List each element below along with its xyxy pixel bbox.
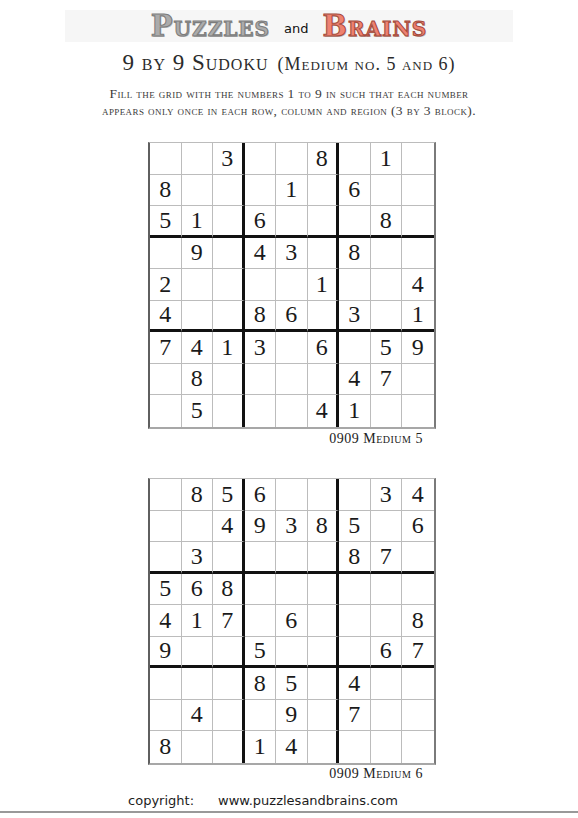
sudoku-cell-r9c5: 4 <box>276 731 308 763</box>
sudoku-cell-r5c9: 8 <box>402 605 434 637</box>
sudoku-cell-r9c7 <box>339 731 371 763</box>
sudoku-cell-r8c8: 7 <box>371 364 403 396</box>
instructions-line-1: Fill the grid with the numbers 1 to 9 in… <box>0 85 578 102</box>
sudoku-cell-r7c2: 4 <box>182 332 214 364</box>
puzzles-logo-text: Puzzles <box>151 12 270 41</box>
sudoku-cell-r3c1 <box>150 542 182 574</box>
sudoku-cell-r5c6: 1 <box>308 269 340 301</box>
sudoku-cell-r1c4: 6 <box>245 479 277 511</box>
sudoku-cell-r2c8 <box>371 511 403 543</box>
sudoku-cell-r2c2 <box>182 175 214 207</box>
sudoku-cell-r2c4: 9 <box>245 511 277 543</box>
sudoku-cell-r6c2 <box>182 637 214 669</box>
sudoku-cell-r9c8 <box>371 731 403 763</box>
sudoku-cell-r7c5 <box>276 332 308 364</box>
sudoku-cell-r8c6 <box>308 700 340 732</box>
sudoku-cell-r2c3 <box>213 175 245 207</box>
sudoku-cell-r6c2 <box>182 301 214 333</box>
sudoku-cell-r5c1: 2 <box>150 269 182 301</box>
sudoku-cell-r8c5: 9 <box>276 700 308 732</box>
sudoku-cell-r8c9 <box>402 700 434 732</box>
sudoku-cell-r6c4: 8 <box>245 301 277 333</box>
sudoku-cell-r9c2: 5 <box>182 395 214 427</box>
sudoku-cell-r8c9 <box>402 364 434 396</box>
sudoku-cell-r4c7 <box>339 574 371 606</box>
logo-band: Puzzles and Brains <box>65 10 513 42</box>
sudoku-cell-r6c9: 1 <box>402 301 434 333</box>
sudoku-cell-r8c4 <box>245 700 277 732</box>
footer: copyright: www.puzzlesandbrains.com <box>0 793 552 808</box>
sudoku-cell-r4c1: 5 <box>150 574 182 606</box>
sudoku-cell-r6c3 <box>213 301 245 333</box>
sudoku-cell-r3c9 <box>402 542 434 574</box>
sudoku-cell-r4c9 <box>402 238 434 270</box>
sudoku-cell-r4c6 <box>308 574 340 606</box>
sudoku-cell-r5c7 <box>339 605 371 637</box>
sudoku-cell-r6c5: 6 <box>276 301 308 333</box>
sudoku-cell-r8c6 <box>308 364 340 396</box>
sudoku-cell-r1c1 <box>150 143 182 175</box>
sudoku-cell-r3c7 <box>339 206 371 238</box>
sudoku-cell-r5c6 <box>308 605 340 637</box>
sudoku-cell-r7c5: 5 <box>276 668 308 700</box>
sudoku-cell-r7c8 <box>371 668 403 700</box>
sudoku-cell-r7c9: 9 <box>402 332 434 364</box>
sudoku-cell-r3c4: 6 <box>245 206 277 238</box>
sudoku-cell-r7c9 <box>402 668 434 700</box>
sudoku-cell-r6c6 <box>308 637 340 669</box>
sudoku-cell-r8c5 <box>276 364 308 396</box>
sudoku-cell-r8c3 <box>213 364 245 396</box>
sudoku-cell-r8c7: 4 <box>339 364 371 396</box>
sudoku-cell-r7c7: 4 <box>339 668 371 700</box>
sudoku-cell-r7c2 <box>182 668 214 700</box>
sudoku-grid-medium-5: 38181651689438214486317413659847541 <box>148 142 436 429</box>
sudoku-cell-r2c7: 6 <box>339 175 371 207</box>
sudoku-cell-r9c3 <box>213 395 245 427</box>
sudoku-cell-r9c9 <box>402 395 434 427</box>
sudoku-cell-r3c5 <box>276 542 308 574</box>
sudoku-cell-r9c7: 1 <box>339 395 371 427</box>
sudoku-cell-r2c6: 8 <box>308 511 340 543</box>
sudoku-cell-r7c6: 6 <box>308 332 340 364</box>
sudoku-cell-r7c1: 7 <box>150 332 182 364</box>
sudoku-cell-r3c8: 7 <box>371 542 403 574</box>
page-title: 9 by 9 Sudoku (Medium no. 5 and 6) <box>0 50 578 76</box>
sudoku-cell-r4c4 <box>245 574 277 606</box>
sudoku-cell-r4c2: 9 <box>182 238 214 270</box>
sudoku-cell-r9c4: 1 <box>245 731 277 763</box>
brains-logo-text: Brains <box>322 12 427 41</box>
sudoku-cell-r1c8: 1 <box>371 143 403 175</box>
sudoku-cell-r2c2 <box>182 511 214 543</box>
sudoku-cell-r1c9 <box>402 143 434 175</box>
sudoku-cell-r5c5 <box>276 269 308 301</box>
sudoku-cell-r1c1 <box>150 479 182 511</box>
puzzle-label-medium-6: 0909 Medium 6 <box>148 766 436 782</box>
sudoku-cell-r4c6 <box>308 238 340 270</box>
sudoku-cell-r9c1: 8 <box>150 731 182 763</box>
sudoku-cell-r2c5: 1 <box>276 175 308 207</box>
sudoku-cell-r5c7 <box>339 269 371 301</box>
sudoku-cell-r8c3 <box>213 700 245 732</box>
sudoku-cell-r1c5 <box>276 479 308 511</box>
sudoku-cell-r1c6: 8 <box>308 143 340 175</box>
sudoku-cell-r4c8 <box>371 238 403 270</box>
sudoku-cell-r9c1 <box>150 395 182 427</box>
sudoku-cell-r3c9 <box>402 206 434 238</box>
sudoku-cell-r5c2: 1 <box>182 605 214 637</box>
sudoku-cell-r9c6 <box>308 731 340 763</box>
sudoku-cell-r1c7 <box>339 143 371 175</box>
sudoku-cell-r2c9 <box>402 175 434 207</box>
sudoku-cell-r3c4 <box>245 542 277 574</box>
sudoku-cell-r8c7: 7 <box>339 700 371 732</box>
sudoku-cell-r2c9: 6 <box>402 511 434 543</box>
sudoku-cell-r7c3: 1 <box>213 332 245 364</box>
sudoku-cell-r6c1: 4 <box>150 301 182 333</box>
logo-and-text: and <box>284 17 308 36</box>
sudoku-cell-r1c5 <box>276 143 308 175</box>
sudoku-cell-r6c6 <box>308 301 340 333</box>
sudoku-cell-r2c5: 3 <box>276 511 308 543</box>
sudoku-cell-r5c9: 4 <box>402 269 434 301</box>
sudoku-cell-r8c2: 4 <box>182 700 214 732</box>
sudoku-cell-r4c2: 6 <box>182 574 214 606</box>
sudoku-cell-r5c4 <box>245 269 277 301</box>
sudoku-cell-r9c8 <box>371 395 403 427</box>
sudoku-cell-r3c8: 8 <box>371 206 403 238</box>
sudoku-cell-r5c2 <box>182 269 214 301</box>
sudoku-cell-r3c2: 1 <box>182 206 214 238</box>
sudoku-cell-r7c4: 3 <box>245 332 277 364</box>
sudoku-cell-r7c3 <box>213 668 245 700</box>
sudoku-cell-r6c9: 7 <box>402 637 434 669</box>
sudoku-cell-r1c2 <box>182 143 214 175</box>
sudoku-cell-r9c4 <box>245 395 277 427</box>
page-title-sub: (Medium no. 5 and 6) <box>278 54 456 74</box>
sudoku-cell-r4c8 <box>371 574 403 606</box>
sudoku-cell-r9c2 <box>182 731 214 763</box>
sudoku-cell-r4c5: 3 <box>276 238 308 270</box>
sudoku-cell-r5c1: 4 <box>150 605 182 637</box>
instructions-line-2: appears only once in each row, column an… <box>0 102 578 119</box>
sudoku-cell-r4c9 <box>402 574 434 606</box>
sudoku-cell-r9c6: 4 <box>308 395 340 427</box>
sudoku-cell-r6c1: 9 <box>150 637 182 669</box>
sudoku-cell-r5c4 <box>245 605 277 637</box>
sudoku-cell-r3c3 <box>213 206 245 238</box>
sudoku-cell-r5c8 <box>371 605 403 637</box>
sudoku-cell-r2c1 <box>150 511 182 543</box>
sudoku-cell-r2c4 <box>245 175 277 207</box>
sudoku-cell-r7c7 <box>339 332 371 364</box>
sudoku-cell-r1c3: 5 <box>213 479 245 511</box>
sudoku-cell-r5c3 <box>213 269 245 301</box>
sudoku-cell-r4c3 <box>213 238 245 270</box>
sudoku-cell-r7c4: 8 <box>245 668 277 700</box>
sudoku-cell-r4c3: 8 <box>213 574 245 606</box>
sudoku-cell-r6c7: 3 <box>339 301 371 333</box>
sudoku-cell-r8c8 <box>371 700 403 732</box>
sudoku-cell-r6c4: 5 <box>245 637 277 669</box>
sudoku-cell-r2c6 <box>308 175 340 207</box>
sudoku-cell-r4c7: 8 <box>339 238 371 270</box>
sudoku-cell-r3c2: 3 <box>182 542 214 574</box>
sudoku-cell-r3c6 <box>308 206 340 238</box>
sudoku-cell-r1c7 <box>339 479 371 511</box>
sudoku-cell-r6c7 <box>339 637 371 669</box>
sudoku-cell-r2c8 <box>371 175 403 207</box>
sudoku-cell-r3c5 <box>276 206 308 238</box>
sudoku-cell-r9c3 <box>213 731 245 763</box>
page-title-main: 9 by 9 Sudoku <box>122 50 268 75</box>
sudoku-cell-r2c3: 4 <box>213 511 245 543</box>
sudoku-cell-r4c4: 4 <box>245 238 277 270</box>
sudoku-cell-r6c8 <box>371 301 403 333</box>
sudoku-cell-r8c2: 8 <box>182 364 214 396</box>
sudoku-cell-r6c8: 6 <box>371 637 403 669</box>
sudoku-cell-r3c7: 8 <box>339 542 371 574</box>
sudoku-cell-r1c9: 4 <box>402 479 434 511</box>
sudoku-cell-r5c8 <box>371 269 403 301</box>
sudoku-cell-r1c2: 8 <box>182 479 214 511</box>
copyright-label: copyright: <box>128 793 194 808</box>
sudoku-cell-r4c1 <box>150 238 182 270</box>
sudoku-cell-r6c5 <box>276 637 308 669</box>
sudoku-cell-r9c5 <box>276 395 308 427</box>
sudoku-grid-medium-6: 85634493856387568417689567854497814 <box>148 478 436 765</box>
sudoku-cell-r1c6 <box>308 479 340 511</box>
sudoku-cell-r6c3 <box>213 637 245 669</box>
sudoku-cell-r5c3: 7 <box>213 605 245 637</box>
sudoku-cell-r8c1 <box>150 700 182 732</box>
sudoku-cell-r9c9 <box>402 731 434 763</box>
sudoku-cell-r1c4 <box>245 143 277 175</box>
instructions: Fill the grid with the numbers 1 to 9 in… <box>0 85 578 119</box>
sudoku-cell-r7c1 <box>150 668 182 700</box>
sudoku-cell-r3c3 <box>213 542 245 574</box>
bottom-divider <box>0 811 578 813</box>
sudoku-cell-r3c6 <box>308 542 340 574</box>
puzzle-label-medium-5: 0909 Medium 5 <box>148 431 436 447</box>
sudoku-cell-r4c5 <box>276 574 308 606</box>
sudoku-cell-r8c1 <box>150 364 182 396</box>
sudoku-cell-r3c1: 5 <box>150 206 182 238</box>
sudoku-cell-r1c8: 3 <box>371 479 403 511</box>
sudoku-cell-r1c3: 3 <box>213 143 245 175</box>
sudoku-cell-r7c6 <box>308 668 340 700</box>
sudoku-cell-r8c4 <box>245 364 277 396</box>
sudoku-cell-r7c8: 5 <box>371 332 403 364</box>
sudoku-cell-r2c1: 8 <box>150 175 182 207</box>
sudoku-cell-r5c5: 6 <box>276 605 308 637</box>
site-url: www.puzzlesandbrains.com <box>218 793 398 808</box>
sudoku-cell-r2c7: 5 <box>339 511 371 543</box>
